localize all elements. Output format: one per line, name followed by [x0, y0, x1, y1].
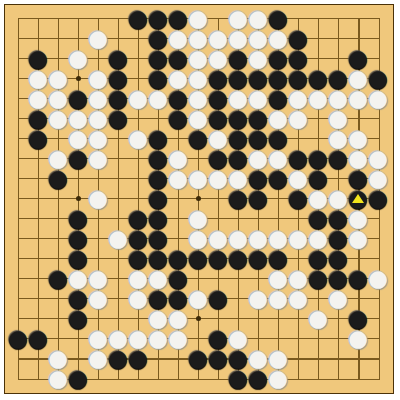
black-stone-c17-r12: ●: [327, 227, 349, 249]
black-stone-c18-r14: ●: [347, 267, 369, 289]
black-stone-c7-r11: ●: [127, 207, 149, 229]
black-stone-c12-r18: ●: [227, 347, 249, 369]
white-stone-c6-r12: ●: [107, 227, 129, 249]
black-stone-c7-r12: ●: [127, 227, 149, 249]
black-stone-c17-r4: ●: [327, 67, 349, 89]
white-stone-c10-r6: ●: [187, 107, 209, 129]
hoshi-point: [196, 196, 201, 201]
black-stone-c6-r3: ●: [107, 47, 129, 69]
last-move-triangle-marker: [352, 194, 364, 203]
black-stone-c12-r4: ●: [227, 67, 249, 89]
black-stone-c14-r7: ●: [267, 127, 289, 149]
black-stone-c19-r10: ●: [367, 187, 389, 209]
black-stone-c9-r14: ●: [167, 267, 189, 289]
black-stone-c15-r8: ●: [287, 147, 309, 169]
white-stone-c2-r4: ●: [27, 67, 49, 89]
white-stone-c5-r7: ●: [87, 127, 109, 149]
white-stone-c16-r5: ●: [307, 87, 329, 109]
white-stone-c18-r11: ●: [347, 207, 369, 229]
black-stone-c14-r9: ●: [267, 167, 289, 189]
black-stone-c11-r17: ●: [207, 327, 229, 349]
black-stone-c12-r6: ●: [227, 107, 249, 129]
white-stone-c9-r4: ●: [167, 67, 189, 89]
white-stone-c19-r14: ●: [367, 267, 389, 289]
white-stone-c5-r2: ●: [87, 27, 109, 49]
black-stone-c7-r1: ●: [127, 7, 149, 29]
white-stone-c17-r5: ●: [327, 87, 349, 109]
black-stone-c17-r8: ●: [327, 147, 349, 169]
white-stone-c3-r5: ●: [47, 87, 69, 109]
black-stone-c8-r2: ●: [147, 27, 169, 49]
white-stone-c7-r5: ●: [127, 87, 149, 109]
white-stone-c8-r17: ●: [147, 327, 169, 349]
black-stone-c9-r5: ●: [167, 87, 189, 109]
black-stone-c13-r10: ●: [247, 187, 269, 209]
black-stone-c4-r5: ●: [67, 87, 89, 109]
white-stone-c2-r5: ●: [27, 87, 49, 109]
white-stone-c10-r1: ●: [187, 7, 209, 29]
white-stone-c16-r16: ●: [307, 307, 329, 329]
white-stone-c17-r6: ●: [327, 107, 349, 129]
black-stone-c2-r3: ●: [27, 47, 49, 69]
black-stone-c13-r6: ●: [247, 107, 269, 129]
black-stone-c14-r3: ●: [267, 47, 289, 69]
white-stone-c12-r17: ●: [227, 327, 249, 349]
white-stone-c14-r15: ●: [267, 287, 289, 309]
black-stone-c18-r16: ●: [347, 307, 369, 329]
white-stone-c15-r9: ●: [287, 167, 309, 189]
black-stone-c15-r3: ●: [287, 47, 309, 69]
black-stone-c4-r11: ●: [67, 207, 89, 229]
white-stone-c6-r17: ●: [107, 327, 129, 349]
black-stone-c8-r13: ●: [147, 247, 169, 269]
black-stone-c3-r9: ●: [47, 167, 69, 189]
white-stone-c14-r2: ●: [267, 27, 289, 49]
white-stone-c15-r12: ●: [287, 227, 309, 249]
black-stone-c4-r12: ●: [67, 227, 89, 249]
black-stone-c11-r8: ●: [207, 147, 229, 169]
white-stone-c19-r9: ●: [367, 167, 389, 189]
hoshi-point: [76, 76, 81, 81]
white-stone-c12-r5: ●: [227, 87, 249, 109]
black-stone-c6-r18: ●: [107, 347, 129, 369]
black-stone-c6-r4: ●: [107, 67, 129, 89]
black-stone-c12-r7: ●: [227, 127, 249, 149]
white-stone-c10-r4: ●: [187, 67, 209, 89]
black-stone-c8-r9: ●: [147, 167, 169, 189]
black-stone-c19-r4: ●: [367, 67, 389, 89]
white-stone-c8-r16: ●: [147, 307, 169, 329]
white-stone-c18-r5: ●: [347, 87, 369, 109]
white-stone-c13-r18: ●: [247, 347, 269, 369]
board-gridlines: [18, 18, 380, 380]
black-stone-c16-r11: ●: [307, 207, 329, 229]
white-stone-c14-r8: ●: [267, 147, 289, 169]
black-stone-c8-r4: ●: [147, 67, 169, 89]
white-stone-c15-r5: ●: [287, 87, 309, 109]
white-stone-c14-r18: ●: [267, 347, 289, 369]
white-stone-c13-r12: ●: [247, 227, 269, 249]
black-stone-c17-r14: ●: [327, 267, 349, 289]
hoshi-point: [76, 196, 81, 201]
white-stone-c11-r2: ●: [207, 27, 229, 49]
black-stone-c11-r13: ●: [207, 247, 229, 269]
black-stone-c10-r13: ●: [187, 247, 209, 269]
white-stone-c7-r17: ●: [127, 327, 149, 349]
white-stone-c10-r11: ●: [187, 207, 209, 229]
white-stone-c12-r9: ●: [227, 167, 249, 189]
white-stone-c4-r6: ●: [67, 107, 89, 129]
white-stone-c5-r10: ●: [87, 187, 109, 209]
black-stone-c18-r10: ●: [347, 187, 369, 209]
white-stone-c3-r8: ●: [47, 147, 69, 169]
white-stone-c11-r3: ●: [207, 47, 229, 69]
white-stone-c12-r2: ●: [227, 27, 249, 49]
black-stone-c13-r7: ●: [247, 127, 269, 149]
black-stone-c8-r1: ●: [147, 7, 169, 29]
hoshi-point: [316, 76, 321, 81]
white-stone-c19-r8: ●: [367, 147, 389, 169]
hoshi-point: [196, 316, 201, 321]
white-stone-c13-r15: ●: [247, 287, 269, 309]
black-stone-c8-r8: ●: [147, 147, 169, 169]
white-stone-c13-r5: ●: [247, 87, 269, 109]
white-stone-c14-r6: ●: [267, 107, 289, 129]
white-stone-c18-r8: ●: [347, 147, 369, 169]
black-stone-c16-r9: ●: [307, 167, 329, 189]
black-stone-c2-r17: ●: [27, 327, 49, 349]
black-stone-c16-r4: ●: [307, 67, 329, 89]
white-stone-c5-r5: ●: [87, 87, 109, 109]
white-stone-c11-r12: ●: [207, 227, 229, 249]
white-stone-c8-r5: ●: [147, 87, 169, 109]
black-stone-c14-r1: ●: [267, 7, 289, 29]
black-stone-c12-r8: ●: [227, 147, 249, 169]
go-board[interactable]: ●●●●●●●●●●●●●●●●●●●●●●●●●●●●●●●●●●●●●●●●…: [4, 4, 394, 394]
black-stone-c17-r11: ●: [327, 207, 349, 229]
white-stone-c16-r12: ●: [307, 227, 329, 249]
black-stone-c14-r4: ●: [267, 67, 289, 89]
black-stone-c6-r6: ●: [107, 107, 129, 129]
white-stone-c5-r8: ●: [87, 147, 109, 169]
black-stone-c1-r17: ●: [7, 327, 29, 349]
black-stone-c10-r18: ●: [187, 347, 209, 369]
white-stone-c9-r2: ●: [167, 27, 189, 49]
black-stone-c16-r8: ●: [307, 147, 329, 169]
black-stone-c15-r10: ●: [287, 187, 309, 209]
white-stone-c18-r12: ●: [347, 227, 369, 249]
white-stone-c3-r4: ●: [47, 67, 69, 89]
white-stone-c7-r15: ●: [127, 287, 149, 309]
black-stone-c8-r11: ●: [147, 207, 169, 229]
black-stone-c13-r13: ●: [247, 247, 269, 269]
white-stone-c16-r10: ●: [307, 187, 329, 209]
white-stone-c10-r3: ●: [187, 47, 209, 69]
white-stone-c4-r3: ●: [67, 47, 89, 69]
white-stone-c15-r6: ●: [287, 107, 309, 129]
white-stone-c17-r15: ●: [327, 287, 349, 309]
screenshot-stage: ●●●●●●●●●●●●●●●●●●●●●●●●●●●●●●●●●●●●●●●●…: [0, 0, 400, 400]
hoshi-point: [76, 316, 81, 321]
black-stone-c4-r13: ●: [67, 247, 89, 269]
white-stone-c5-r6: ●: [87, 107, 109, 129]
white-stone-c11-r7: ●: [207, 127, 229, 149]
white-stone-c7-r14: ●: [127, 267, 149, 289]
black-stone-c8-r10: ●: [147, 187, 169, 209]
white-stone-c8-r14: ●: [147, 267, 169, 289]
white-stone-c15-r15: ●: [287, 287, 309, 309]
black-stone-c12-r19: ●: [227, 367, 249, 389]
black-stone-c18-r3: ●: [347, 47, 369, 69]
black-stone-c9-r6: ●: [167, 107, 189, 129]
black-stone-c16-r13: ●: [307, 247, 329, 269]
white-stone-c14-r19: ●: [267, 367, 289, 389]
white-stone-c3-r18: ●: [47, 347, 69, 369]
white-stone-c4-r14: ●: [67, 267, 89, 289]
black-stone-c3-r14: ●: [47, 267, 69, 289]
white-stone-c5-r4: ●: [87, 67, 109, 89]
black-stone-c11-r18: ●: [207, 347, 229, 369]
white-stone-c4-r7: ●: [67, 127, 89, 149]
white-stone-c9-r17: ●: [167, 327, 189, 349]
black-stone-c10-r7: ●: [187, 127, 209, 149]
black-stone-c7-r18: ●: [127, 347, 149, 369]
white-stone-c3-r6: ●: [47, 107, 69, 129]
hoshi-point: [316, 196, 321, 201]
hoshi-point: [316, 316, 321, 321]
white-stone-c5-r15: ●: [87, 287, 109, 309]
white-stone-c5-r18: ●: [87, 347, 109, 369]
white-stone-c5-r17: ●: [87, 327, 109, 349]
white-stone-c10-r9: ●: [187, 167, 209, 189]
white-stone-c13-r3: ●: [247, 47, 269, 69]
white-stone-c12-r12: ●: [227, 227, 249, 249]
black-stone-c6-r5: ●: [107, 87, 129, 109]
black-stone-c8-r15: ●: [147, 287, 169, 309]
white-stone-c9-r16: ●: [167, 307, 189, 329]
black-stone-c8-r12: ●: [147, 227, 169, 249]
black-stone-c12-r13: ●: [227, 247, 249, 269]
white-stone-c18-r7: ●: [347, 127, 369, 149]
black-stone-c13-r4: ●: [247, 67, 269, 89]
black-stone-c9-r13: ●: [167, 247, 189, 269]
white-stone-c14-r14: ●: [267, 267, 289, 289]
black-stone-c4-r19: ●: [67, 367, 89, 389]
black-stone-c13-r9: ●: [247, 167, 269, 189]
white-stone-c10-r15: ●: [187, 287, 209, 309]
black-stone-c4-r16: ●: [67, 307, 89, 329]
black-stone-c16-r14: ●: [307, 267, 329, 289]
black-stone-c17-r13: ●: [327, 247, 349, 269]
white-stone-c5-r14: ●: [87, 267, 109, 289]
white-stone-c10-r5: ●: [187, 87, 209, 109]
white-stone-c3-r19: ●: [47, 367, 69, 389]
white-stone-c13-r8: ●: [247, 147, 269, 169]
hoshi-point: [196, 76, 201, 81]
black-stone-c14-r5: ●: [267, 87, 289, 109]
white-stone-c11-r9: ●: [207, 167, 229, 189]
white-stone-c13-r1: ●: [247, 7, 269, 29]
black-stone-c2-r7: ●: [27, 127, 49, 149]
black-stone-c2-r6: ●: [27, 107, 49, 129]
black-stone-c11-r4: ●: [207, 67, 229, 89]
black-stone-c9-r1: ●: [167, 7, 189, 29]
white-stone-c15-r14: ●: [287, 267, 309, 289]
white-stone-c7-r7: ●: [127, 127, 149, 149]
black-stone-c4-r8: ●: [67, 147, 89, 169]
black-stone-c9-r15: ●: [167, 287, 189, 309]
white-stone-c12-r1: ●: [227, 7, 249, 29]
black-stone-c11-r6: ●: [207, 107, 229, 129]
black-stone-c8-r3: ●: [147, 47, 169, 69]
black-stone-c18-r9: ●: [347, 167, 369, 189]
white-stone-c17-r7: ●: [327, 127, 349, 149]
white-stone-c13-r2: ●: [247, 27, 269, 49]
white-stone-c18-r4: ●: [347, 67, 369, 89]
white-stone-c14-r12: ●: [267, 227, 289, 249]
black-stone-c7-r13: ●: [127, 247, 149, 269]
black-stone-c12-r10: ●: [227, 187, 249, 209]
black-stone-c9-r3: ●: [167, 47, 189, 69]
white-stone-c9-r8: ●: [167, 147, 189, 169]
white-stone-c10-r12: ●: [187, 227, 209, 249]
black-stone-c11-r15: ●: [207, 287, 229, 309]
black-stone-c11-r5: ●: [207, 87, 229, 109]
white-stone-c18-r17: ●: [347, 327, 369, 349]
white-stone-c17-r10: ●: [327, 187, 349, 209]
black-stone-c13-r19: ●: [247, 367, 269, 389]
black-stone-c14-r13: ●: [267, 247, 289, 269]
black-stone-c15-r2: ●: [287, 27, 309, 49]
white-stone-c19-r5: ●: [367, 87, 389, 109]
black-stone-c12-r3: ●: [227, 47, 249, 69]
black-stone-c15-r4: ●: [287, 67, 309, 89]
white-stone-c10-r2: ●: [187, 27, 209, 49]
black-stone-c4-r15: ●: [67, 287, 89, 309]
white-stone-c9-r9: ●: [167, 167, 189, 189]
black-stone-c8-r7: ●: [147, 127, 169, 149]
